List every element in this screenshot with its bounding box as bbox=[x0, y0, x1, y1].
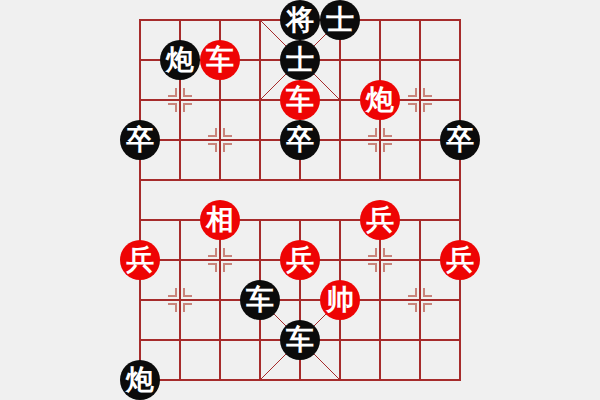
piece-red-elephant[interactable]: 相 bbox=[200, 200, 240, 240]
piece-black-general[interactable]: 将 bbox=[280, 0, 320, 40]
piece-red-cannon[interactable]: 炮 bbox=[360, 80, 400, 120]
xiangqi-screenshot: 将士炮车士车炮卒卒卒相兵兵兵兵车帅车炮 bbox=[0, 0, 600, 400]
piece-red-pawn[interactable]: 兵 bbox=[120, 240, 160, 280]
piece-black-pawn[interactable]: 卒 bbox=[280, 120, 320, 160]
piece-black-pawn[interactable]: 卒 bbox=[440, 120, 480, 160]
xiangqi-board[interactable]: 将士炮车士车炮卒卒卒相兵兵兵兵车帅车炮 bbox=[120, 0, 480, 400]
piece-black-advisor[interactable]: 士 bbox=[320, 0, 360, 40]
piece-black-cannon[interactable]: 炮 bbox=[120, 360, 160, 400]
piece-red-chariot[interactable]: 车 bbox=[280, 80, 320, 120]
piece-red-pawn[interactable]: 兵 bbox=[360, 200, 400, 240]
piece-red-pawn[interactable]: 兵 bbox=[280, 240, 320, 280]
piece-red-pawn[interactable]: 兵 bbox=[440, 240, 480, 280]
piece-black-chariot[interactable]: 车 bbox=[280, 320, 320, 360]
piece-layer: 将士炮车士车炮卒卒卒相兵兵兵兵车帅车炮 bbox=[120, 0, 480, 400]
piece-black-chariot[interactable]: 车 bbox=[240, 280, 280, 320]
piece-black-advisor[interactable]: 士 bbox=[280, 40, 320, 80]
piece-black-cannon[interactable]: 炮 bbox=[160, 40, 200, 80]
piece-red-chariot[interactable]: 车 bbox=[200, 40, 240, 80]
piece-black-pawn[interactable]: 卒 bbox=[120, 120, 160, 160]
piece-red-general[interactable]: 帅 bbox=[320, 280, 360, 320]
